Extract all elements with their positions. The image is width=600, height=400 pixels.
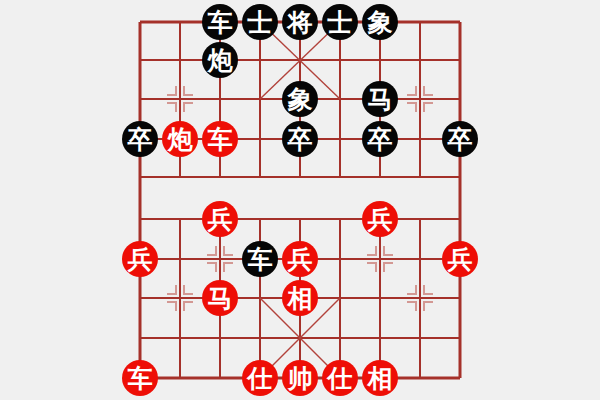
piece-black-chariot[interactable]: 车 xyxy=(242,241,278,277)
piece-black-soldier[interactable]: 卒 xyxy=(122,121,158,157)
piece-red-soldier[interactable]: 兵 xyxy=(282,241,318,277)
piece-red-elephant[interactable]: 相 xyxy=(282,280,318,316)
piece-black-elephant[interactable]: 象 xyxy=(282,81,318,117)
piece-red-advisor[interactable]: 仕 xyxy=(242,360,278,396)
piece-red-elephant[interactable]: 相 xyxy=(362,360,398,396)
piece-red-soldier[interactable]: 兵 xyxy=(122,241,158,277)
piece-black-soldier[interactable]: 卒 xyxy=(282,121,318,157)
piece-black-soldier[interactable]: 卒 xyxy=(362,121,398,157)
piece-red-soldier[interactable]: 兵 xyxy=(202,201,238,237)
piece-red-chariot[interactable]: 车 xyxy=(122,360,158,396)
piece-black-elephant[interactable]: 象 xyxy=(362,4,398,40)
piece-red-general[interactable]: 帅 xyxy=(282,360,318,396)
xiangqi-board-screen: 车士将士象炮象马卒炮车卒卒卒兵兵兵车兵兵马相车仕帅仕相 xyxy=(0,0,600,400)
piece-black-advisor[interactable]: 士 xyxy=(242,4,278,40)
grid-lines xyxy=(140,22,460,378)
piece-red-cannon[interactable]: 炮 xyxy=(162,121,198,157)
piece-red-soldier[interactable]: 兵 xyxy=(362,201,398,237)
piece-black-advisor[interactable]: 士 xyxy=(322,4,358,40)
piece-red-soldier[interactable]: 兵 xyxy=(442,241,478,277)
piece-red-chariot[interactable]: 车 xyxy=(202,121,238,157)
xiangqi-board-grid xyxy=(0,0,600,400)
piece-red-advisor[interactable]: 仕 xyxy=(322,360,358,396)
piece-black-general[interactable]: 将 xyxy=(282,4,318,40)
piece-black-soldier[interactable]: 卒 xyxy=(442,121,478,157)
piece-black-chariot[interactable]: 车 xyxy=(202,4,238,40)
piece-black-cannon[interactable]: 炮 xyxy=(202,42,238,78)
piece-black-horse[interactable]: 马 xyxy=(362,81,398,117)
piece-red-horse[interactable]: 马 xyxy=(202,280,238,316)
